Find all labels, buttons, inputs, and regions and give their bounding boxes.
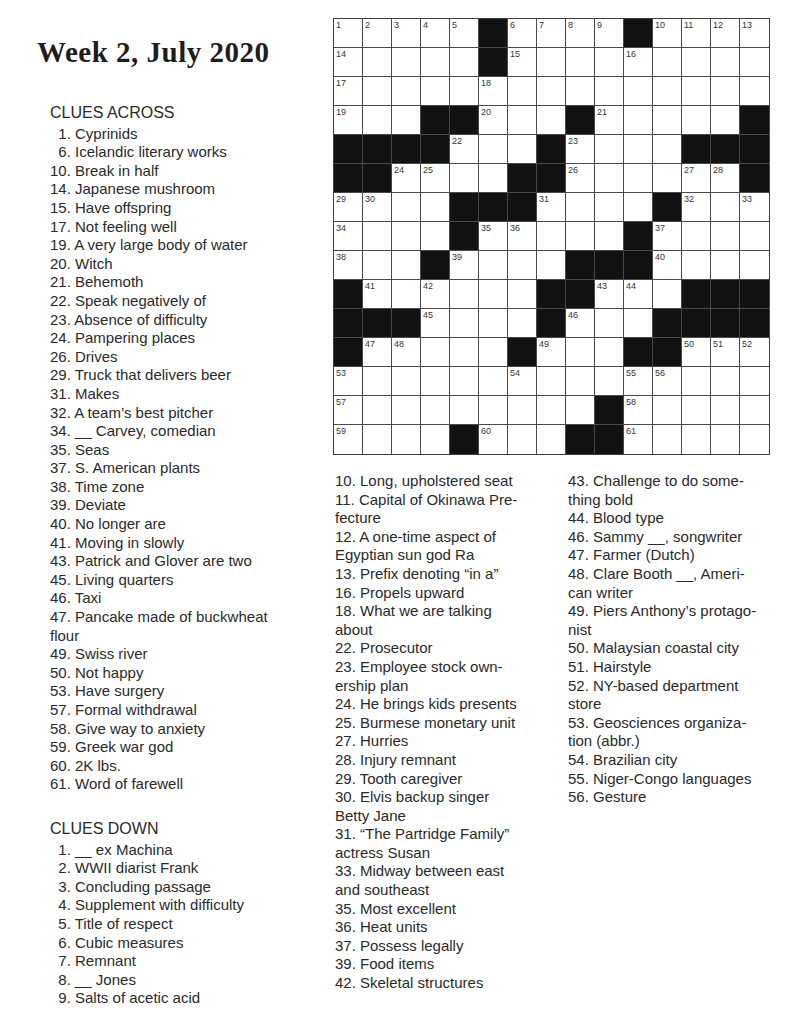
cell-r10c12[interactable] xyxy=(653,280,682,309)
cell-r2c11[interactable]: 16 xyxy=(624,48,653,77)
cell-number-42: 42 xyxy=(423,281,433,291)
across-clues-list: 1. Cyprinids 6. Icelandic literary works… xyxy=(50,125,332,794)
cell-r13c15[interactable] xyxy=(740,367,769,396)
cell-number-18: 18 xyxy=(481,78,491,88)
clue-down-4: 4. Supplement with difficulty xyxy=(50,896,332,915)
cell-r11c8 xyxy=(537,309,566,338)
cell-r13c6[interactable] xyxy=(479,367,508,396)
across-heading: CLUES ACROSS xyxy=(50,104,332,123)
clue-down-23: 23. Employee stock own- ership plan xyxy=(335,658,571,695)
cell-r10c3[interactable] xyxy=(392,280,421,309)
cell-number-31: 31 xyxy=(539,194,549,204)
cell-r8c3[interactable] xyxy=(392,222,421,251)
clue-across-29: 29. Truck that delivers beer xyxy=(50,366,332,385)
cell-r6c5[interactable] xyxy=(450,164,479,193)
cell-r9c5[interactable]: 39 xyxy=(450,251,479,280)
cell-number-36: 36 xyxy=(510,223,520,233)
cell-r8c4[interactable] xyxy=(421,222,450,251)
cell-r2c12[interactable] xyxy=(653,48,682,77)
clue-down-37: 37. Possess legally xyxy=(335,937,571,956)
cell-r4c8[interactable] xyxy=(537,106,566,135)
cell-r1c2[interactable]: 2 xyxy=(363,19,392,48)
cell-r11c6[interactable] xyxy=(479,309,508,338)
cell-r5c12[interactable] xyxy=(653,135,682,164)
cell-r14c11[interactable]: 58 xyxy=(624,396,653,425)
cell-r6c12[interactable] xyxy=(653,164,682,193)
cell-r7c1[interactable]: 29 xyxy=(334,193,363,222)
cell-r11c5[interactable] xyxy=(450,309,479,338)
cell-r13c1[interactable]: 53 xyxy=(334,367,363,396)
cell-r3c14[interactable] xyxy=(711,77,740,106)
cell-r3c7[interactable] xyxy=(508,77,537,106)
cell-r4c2[interactable] xyxy=(363,106,392,135)
clue-down-13: 13. Prefix denoting “in a” xyxy=(335,565,571,584)
cell-r7c11[interactable] xyxy=(624,193,653,222)
cell-r5c10[interactable] xyxy=(595,135,624,164)
cell-r13c9[interactable] xyxy=(566,367,595,396)
clue-down-9: 9. Salts of acetic acid xyxy=(50,989,332,1008)
cell-r13c12[interactable]: 56 xyxy=(653,367,682,396)
cell-r8c13[interactable] xyxy=(682,222,711,251)
cell-r12c2[interactable]: 47 xyxy=(363,338,392,367)
cell-r4c13[interactable] xyxy=(682,106,711,135)
cell-r8c7[interactable]: 36 xyxy=(508,222,537,251)
cell-r8c15[interactable] xyxy=(740,222,769,251)
cell-number-43: 43 xyxy=(597,281,607,291)
cell-r3c9[interactable] xyxy=(566,77,595,106)
cell-r3c2[interactable] xyxy=(363,77,392,106)
cell-r14c15[interactable] xyxy=(740,396,769,425)
cell-r8c9[interactable] xyxy=(566,222,595,251)
cell-r6c11[interactable] xyxy=(624,164,653,193)
cell-r3c3[interactable] xyxy=(392,77,421,106)
cell-number-45: 45 xyxy=(423,310,433,320)
cell-r2c5[interactable] xyxy=(450,48,479,77)
cell-r1c6 xyxy=(479,19,508,48)
cell-r12c5[interactable] xyxy=(450,338,479,367)
clue-across-39: 39. Deviate xyxy=(50,496,332,515)
cell-number-5: 5 xyxy=(452,20,457,30)
cell-number-52: 52 xyxy=(742,339,752,349)
cell-r3c6[interactable]: 18 xyxy=(479,77,508,106)
cell-r13c14[interactable] xyxy=(711,367,740,396)
cell-number-7: 7 xyxy=(539,20,544,30)
clue-down-36: 36. Heat units xyxy=(335,918,571,937)
clue-across-34: 34. __ Carvey, comedian xyxy=(50,422,332,441)
clue-across-57: 57. Formal withdrawal xyxy=(50,701,332,720)
cell-r3c12[interactable] xyxy=(653,77,682,106)
cell-r4c15 xyxy=(740,106,769,135)
cell-r13c7[interactable]: 54 xyxy=(508,367,537,396)
cell-number-51: 51 xyxy=(713,339,723,349)
cell-number-1: 1 xyxy=(336,20,341,30)
cell-r12c4[interactable] xyxy=(421,338,450,367)
down-clues-col3: 43. Challenge to do some- thing bold44. … xyxy=(568,472,791,807)
down-clues-col1: 1. __ ex Machina 2. WWII diarist Frank 3… xyxy=(50,841,332,1008)
cell-r12c7 xyxy=(508,338,537,367)
cell-r1c10[interactable]: 9 xyxy=(595,19,624,48)
cell-r2c13[interactable] xyxy=(682,48,711,77)
cell-r5c11[interactable] xyxy=(624,135,653,164)
cell-r4c10[interactable]: 21 xyxy=(595,106,624,135)
cell-r10c8 xyxy=(537,280,566,309)
cell-r11c14 xyxy=(711,309,740,338)
cell-r6c8 xyxy=(537,164,566,193)
cell-number-17: 17 xyxy=(336,78,346,88)
cell-number-50: 50 xyxy=(684,339,694,349)
clue-across-37: 37. S. American plants xyxy=(50,459,332,478)
cell-r3c8[interactable] xyxy=(537,77,566,106)
cell-r3c13[interactable] xyxy=(682,77,711,106)
cell-r6c13[interactable]: 27 xyxy=(682,164,711,193)
cell-number-39: 39 xyxy=(452,252,462,262)
crossword-page: Week 2, July 2020 1234567891011121314151… xyxy=(0,0,791,1024)
clue-down-30: 30. Elvis backup singer Betty Jane xyxy=(335,788,571,825)
clue-across-59: 59. Greek war god xyxy=(50,738,332,757)
cell-r14c7[interactable] xyxy=(508,396,537,425)
clue-down-56: 56. Gesture xyxy=(568,788,791,807)
cell-r10c5[interactable] xyxy=(450,280,479,309)
cell-r12c13[interactable]: 50 xyxy=(682,338,711,367)
cell-r2c3[interactable] xyxy=(392,48,421,77)
cell-r3c15[interactable] xyxy=(740,77,769,106)
cell-r8c2[interactable] xyxy=(363,222,392,251)
cell-r3c4[interactable] xyxy=(421,77,450,106)
cell-r6c6[interactable] xyxy=(479,164,508,193)
cell-r9c8[interactable] xyxy=(537,251,566,280)
cell-r9c14[interactable] xyxy=(711,251,740,280)
cell-number-25: 25 xyxy=(423,165,433,175)
cell-r11c2 xyxy=(363,309,392,338)
cell-r6c2 xyxy=(363,164,392,193)
cell-r8c10[interactable] xyxy=(595,222,624,251)
clue-across-31: 31. Makes xyxy=(50,385,332,404)
cell-r14c3[interactable] xyxy=(392,396,421,425)
clue-down-39: 39. Food items xyxy=(335,955,571,974)
clue-down-49: 49. Piers Anthony’s protago- nist xyxy=(568,602,791,639)
clue-across-38: 38. Time zone xyxy=(50,478,332,497)
cell-r15c4[interactable] xyxy=(421,425,450,454)
cell-r8c8[interactable] xyxy=(537,222,566,251)
cell-number-55: 55 xyxy=(626,368,636,378)
cell-r6c4[interactable]: 25 xyxy=(421,164,450,193)
cell-number-57: 57 xyxy=(336,397,346,407)
cell-number-46: 46 xyxy=(568,310,578,320)
cell-r15c9 xyxy=(566,425,595,454)
cell-r15c3[interactable] xyxy=(392,425,421,454)
cell-r13c13[interactable] xyxy=(682,367,711,396)
cell-r1c15[interactable]: 13 xyxy=(740,19,769,48)
cell-r1c14[interactable]: 12 xyxy=(711,19,740,48)
clue-down-43: 43. Challenge to do some- thing bold xyxy=(568,472,791,509)
cell-r1c5[interactable]: 5 xyxy=(450,19,479,48)
cell-r14c13[interactable] xyxy=(682,396,711,425)
clue-across-35: 35. Seas xyxy=(50,441,332,460)
clue-across-58: 58. Give way to anxiety xyxy=(50,720,332,739)
cell-r7c12 xyxy=(653,193,682,222)
cell-r14c2[interactable] xyxy=(363,396,392,425)
cell-r1c3[interactable]: 3 xyxy=(392,19,421,48)
cell-r13c5[interactable] xyxy=(450,367,479,396)
cell-r2c8[interactable] xyxy=(537,48,566,77)
cell-r9c13[interactable] xyxy=(682,251,711,280)
cell-number-13: 13 xyxy=(742,20,752,30)
cell-number-44: 44 xyxy=(626,281,636,291)
cell-r4c5 xyxy=(450,106,479,135)
cell-r14c4[interactable] xyxy=(421,396,450,425)
cell-r6c1 xyxy=(334,164,363,193)
cell-number-16: 16 xyxy=(626,49,636,59)
cell-number-19: 19 xyxy=(336,107,346,117)
cell-r2c2[interactable] xyxy=(363,48,392,77)
cell-number-22: 22 xyxy=(452,136,462,146)
cell-r3c5[interactable] xyxy=(450,77,479,106)
cell-r5c5[interactable]: 22 xyxy=(450,135,479,164)
clue-across-17: 17. Not feeling well xyxy=(50,218,332,237)
crossword-grid: 1234567891011121314151617181920212223242… xyxy=(333,18,770,455)
cell-r2c14[interactable] xyxy=(711,48,740,77)
cell-r3c1[interactable]: 17 xyxy=(334,77,363,106)
cell-r10c10[interactable]: 43 xyxy=(595,280,624,309)
cell-r4c1[interactable]: 19 xyxy=(334,106,363,135)
cell-r14c14[interactable] xyxy=(711,396,740,425)
cell-r9c11 xyxy=(624,251,653,280)
cell-r14c12[interactable] xyxy=(653,396,682,425)
cell-r7c7 xyxy=(508,193,537,222)
cell-r8c12[interactable]: 37 xyxy=(653,222,682,251)
cell-number-4: 4 xyxy=(423,20,428,30)
cell-r13c3[interactable] xyxy=(392,367,421,396)
cell-r12c11 xyxy=(624,338,653,367)
cell-number-26: 26 xyxy=(568,165,578,175)
cell-r2c4[interactable] xyxy=(421,48,450,77)
cell-r13c10[interactable] xyxy=(595,367,624,396)
cell-number-23: 23 xyxy=(568,136,578,146)
cell-r2c10[interactable] xyxy=(595,48,624,77)
clue-down-7: 7. Remnant xyxy=(50,952,332,971)
cell-r9c2[interactable] xyxy=(363,251,392,280)
cell-r9c4 xyxy=(421,251,450,280)
cell-number-48: 48 xyxy=(394,339,404,349)
cell-r6c10[interactable] xyxy=(595,164,624,193)
cell-number-58: 58 xyxy=(626,397,636,407)
cell-r8c6[interactable]: 35 xyxy=(479,222,508,251)
cell-r15c8[interactable] xyxy=(537,425,566,454)
clue-down-5: 5. Title of respect xyxy=(50,915,332,934)
cell-r11c3 xyxy=(392,309,421,338)
cell-r12c12 xyxy=(653,338,682,367)
cell-r8c14[interactable] xyxy=(711,222,740,251)
cell-r15c13[interactable] xyxy=(682,425,711,454)
cell-number-28: 28 xyxy=(713,165,723,175)
cell-r7c13[interactable]: 32 xyxy=(682,193,711,222)
cell-r12c6[interactable] xyxy=(479,338,508,367)
clue-down-33: 33. Midway between east and southeast xyxy=(335,862,571,899)
cell-r7c15[interactable]: 33 xyxy=(740,193,769,222)
clue-across-21: 21. Behemoth xyxy=(50,273,332,292)
cell-r9c6[interactable] xyxy=(479,251,508,280)
cell-r14c1[interactable]: 57 xyxy=(334,396,363,425)
cell-number-37: 37 xyxy=(655,223,665,233)
cell-r15c12[interactable] xyxy=(653,425,682,454)
clue-across-19: 19. A very large body of water xyxy=(50,236,332,255)
cell-r1c12[interactable]: 10 xyxy=(653,19,682,48)
cell-number-34: 34 xyxy=(336,223,346,233)
cell-r6c14[interactable]: 28 xyxy=(711,164,740,193)
cell-r12c1 xyxy=(334,338,363,367)
cell-r15c14[interactable] xyxy=(711,425,740,454)
cell-r4c12[interactable] xyxy=(653,106,682,135)
cell-number-30: 30 xyxy=(365,194,375,204)
cell-r9c15[interactable] xyxy=(740,251,769,280)
cell-r1c13[interactable]: 11 xyxy=(682,19,711,48)
cell-r4c14[interactable] xyxy=(711,106,740,135)
cell-r2c9[interactable] xyxy=(566,48,595,77)
cell-r7c4[interactable] xyxy=(421,193,450,222)
cell-r13c2[interactable] xyxy=(363,367,392,396)
cell-r15c1[interactable]: 59 xyxy=(334,425,363,454)
cell-number-41: 41 xyxy=(365,281,375,291)
cell-r4c3[interactable] xyxy=(392,106,421,135)
cell-number-61: 61 xyxy=(626,426,636,436)
cell-r10c13 xyxy=(682,280,711,309)
cell-r11c4[interactable]: 45 xyxy=(421,309,450,338)
cell-r8c1[interactable]: 34 xyxy=(334,222,363,251)
cell-r5c7[interactable] xyxy=(508,135,537,164)
cell-r7c5 xyxy=(450,193,479,222)
cell-number-20: 20 xyxy=(481,107,491,117)
cell-r6c15 xyxy=(740,164,769,193)
cell-r4c11[interactable] xyxy=(624,106,653,135)
cell-r1c11 xyxy=(624,19,653,48)
cell-r10c2[interactable]: 41 xyxy=(363,280,392,309)
cell-r12c3[interactable]: 48 xyxy=(392,338,421,367)
cell-r10c11[interactable]: 44 xyxy=(624,280,653,309)
cell-r12c9[interactable] xyxy=(566,338,595,367)
cell-r2c7[interactable]: 15 xyxy=(508,48,537,77)
clue-across-10: 10. Break in half xyxy=(50,162,332,181)
cell-number-9: 9 xyxy=(597,20,602,30)
cell-r12c8[interactable]: 49 xyxy=(537,338,566,367)
clue-down-1: 1. __ ex Machina xyxy=(50,841,332,860)
cell-r13c11[interactable]: 55 xyxy=(624,367,653,396)
cell-r4c9 xyxy=(566,106,595,135)
cell-r14c6[interactable] xyxy=(479,396,508,425)
cell-r13c4[interactable] xyxy=(421,367,450,396)
cell-r2c1[interactable]: 14 xyxy=(334,48,363,77)
cell-r1c9[interactable]: 8 xyxy=(566,19,595,48)
cell-r15c10 xyxy=(595,425,624,454)
cell-r3c11[interactable] xyxy=(624,77,653,106)
clue-down-25: 25. Burmese monetary unit xyxy=(335,714,571,733)
cell-number-3: 3 xyxy=(394,20,399,30)
cell-number-40: 40 xyxy=(655,252,665,262)
cell-r10c7[interactable] xyxy=(508,280,537,309)
cell-r7c2[interactable]: 30 xyxy=(363,193,392,222)
cell-r9c7[interactable] xyxy=(508,251,537,280)
cell-r12c14[interactable]: 51 xyxy=(711,338,740,367)
cell-r10c6[interactable] xyxy=(479,280,508,309)
cell-r9c9 xyxy=(566,251,595,280)
cell-r5c13 xyxy=(682,135,711,164)
cell-r3c10[interactable] xyxy=(595,77,624,106)
cell-r5c4 xyxy=(421,135,450,164)
cell-r6c9[interactable]: 26 xyxy=(566,164,595,193)
cell-r5c9[interactable]: 23 xyxy=(566,135,595,164)
clue-across-14: 14. Japanese mushroom xyxy=(50,180,332,199)
cell-r7c10[interactable] xyxy=(595,193,624,222)
cell-r12c10[interactable] xyxy=(595,338,624,367)
cell-r11c9[interactable]: 46 xyxy=(566,309,595,338)
cell-number-33: 33 xyxy=(742,194,752,204)
cell-r4c6[interactable]: 20 xyxy=(479,106,508,135)
cell-r15c11[interactable]: 61 xyxy=(624,425,653,454)
cell-r15c15[interactable] xyxy=(740,425,769,454)
cell-r11c10[interactable] xyxy=(595,309,624,338)
clue-down-11: 11. Capital of Okinawa Pre- fecture xyxy=(335,491,571,528)
clue-down-31: 31. “The Partridge Family” actress Susan xyxy=(335,825,571,862)
clue-down-55: 55. Niger-Congo languages xyxy=(568,770,791,789)
cell-r13c8[interactable] xyxy=(537,367,566,396)
cell-r7c9[interactable] xyxy=(566,193,595,222)
cell-r7c14[interactable] xyxy=(711,193,740,222)
cell-r1c8[interactable]: 7 xyxy=(537,19,566,48)
cell-r5c6[interactable] xyxy=(479,135,508,164)
cell-number-14: 14 xyxy=(336,49,346,59)
clue-across-46: 46. Taxi xyxy=(50,589,332,608)
cell-r1c4[interactable]: 4 xyxy=(421,19,450,48)
cell-r11c7[interactable] xyxy=(508,309,537,338)
cell-r2c15[interactable] xyxy=(740,48,769,77)
cell-r1c7[interactable]: 6 xyxy=(508,19,537,48)
cell-r10c4[interactable]: 42 xyxy=(421,280,450,309)
cell-r11c11[interactable] xyxy=(624,309,653,338)
cell-r15c5 xyxy=(450,425,479,454)
cell-r9c12[interactable]: 40 xyxy=(653,251,682,280)
clue-down-27: 27. Hurries xyxy=(335,732,571,751)
cell-r15c7[interactable] xyxy=(508,425,537,454)
cell-r7c6 xyxy=(479,193,508,222)
cell-number-53: 53 xyxy=(336,368,346,378)
cell-number-27: 27 xyxy=(684,165,694,175)
cell-r15c6[interactable]: 60 xyxy=(479,425,508,454)
cell-r14c8[interactable] xyxy=(537,396,566,425)
clue-across-49: 49. Swiss river xyxy=(50,645,332,664)
cell-number-38: 38 xyxy=(336,252,346,262)
cell-number-59: 59 xyxy=(336,426,346,436)
cell-number-10: 10 xyxy=(655,20,665,30)
cell-number-11: 11 xyxy=(684,20,693,30)
cell-r1c1[interactable]: 1 xyxy=(334,19,363,48)
cell-r15c2[interactable] xyxy=(363,425,392,454)
cell-r9c3[interactable] xyxy=(392,251,421,280)
cell-r14c9[interactable] xyxy=(566,396,595,425)
cell-r7c3[interactable] xyxy=(392,193,421,222)
cell-r6c7 xyxy=(508,164,537,193)
cell-r6c3[interactable]: 24 xyxy=(392,164,421,193)
cell-r4c7[interactable] xyxy=(508,106,537,135)
cell-r14c5[interactable] xyxy=(450,396,479,425)
cell-r9c1[interactable]: 38 xyxy=(334,251,363,280)
cell-r7c8[interactable]: 31 xyxy=(537,193,566,222)
cell-r5c3 xyxy=(392,135,421,164)
clue-across-6: 6. Icelandic literary works xyxy=(50,143,332,162)
clue-across-23: 23. Absence of difficulty xyxy=(50,311,332,330)
cell-r10c14 xyxy=(711,280,740,309)
clue-down-6: 6. Cubic measures xyxy=(50,934,332,953)
cell-r12c15[interactable]: 52 xyxy=(740,338,769,367)
cell-r11c12 xyxy=(653,309,682,338)
